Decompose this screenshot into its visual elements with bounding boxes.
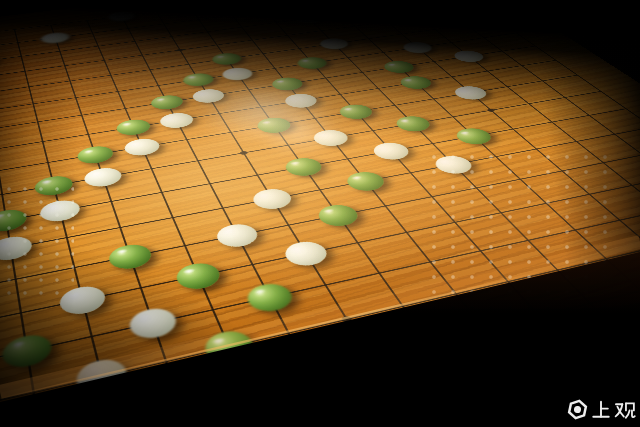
go-board-photo-scene: 上观 xyxy=(0,0,640,427)
shangguan-watermark: 上观 xyxy=(567,399,636,420)
guan-character-glyph xyxy=(614,399,636,420)
shang-character-glyph xyxy=(591,399,611,420)
void-beyond-board-edge xyxy=(0,252,640,427)
hexagon-nut-icon xyxy=(567,399,588,420)
board-near-edge-overlay xyxy=(0,0,640,427)
